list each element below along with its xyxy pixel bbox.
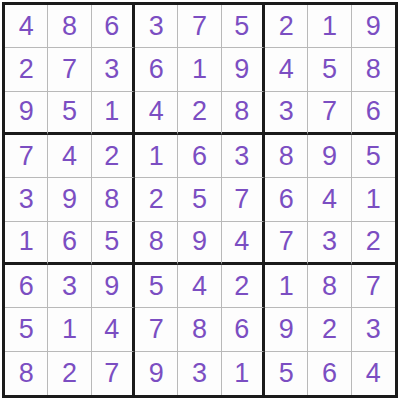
sudoku-cell[interactable]: 5 (352, 135, 395, 178)
sudoku-cell[interactable]: 7 (308, 92, 351, 135)
sudoku-cell[interactable]: 3 (5, 178, 48, 221)
sudoku-cell[interactable]: 4 (352, 352, 395, 395)
sudoku-cell[interactable]: 6 (178, 135, 221, 178)
sudoku-cell[interactable]: 6 (352, 92, 395, 135)
sudoku-cell[interactable]: 7 (265, 222, 308, 265)
sudoku-cell[interactable]: 1 (48, 308, 91, 351)
sudoku-cell[interactable]: 7 (352, 265, 395, 308)
sudoku-cell[interactable]: 1 (178, 48, 221, 91)
sudoku-cell[interactable]: 2 (222, 265, 265, 308)
sudoku-cell[interactable]: 7 (5, 135, 48, 178)
sudoku-cell[interactable]: 1 (5, 222, 48, 265)
sudoku-cell[interactable]: 5 (308, 48, 351, 91)
sudoku-cell[interactable]: 5 (222, 5, 265, 48)
sudoku-cell[interactable]: 1 (135, 135, 178, 178)
sudoku-cell[interactable]: 3 (135, 5, 178, 48)
sudoku-cell[interactable]: 5 (135, 265, 178, 308)
sudoku-cell[interactable]: 7 (135, 308, 178, 351)
sudoku-cell[interactable]: 1 (222, 352, 265, 395)
sudoku-cell[interactable]: 9 (48, 178, 91, 221)
sudoku-cell[interactable]: 7 (48, 48, 91, 91)
sudoku-cell[interactable]: 9 (92, 265, 135, 308)
sudoku-cell[interactable]: 9 (222, 48, 265, 91)
sudoku-cell[interactable]: 9 (178, 222, 221, 265)
sudoku-cell[interactable]: 2 (352, 222, 395, 265)
sudoku-cell[interactable]: 8 (135, 222, 178, 265)
sudoku-cell[interactable]: 1 (308, 5, 351, 48)
sudoku-cell[interactable]: 6 (5, 265, 48, 308)
sudoku-cell[interactable]: 3 (308, 222, 351, 265)
sudoku-cell[interactable]: 4 (48, 135, 91, 178)
sudoku-cell[interactable]: 3 (178, 352, 221, 395)
sudoku-cell[interactable]: 9 (5, 92, 48, 135)
sudoku-cell[interactable]: 4 (178, 265, 221, 308)
sudoku-page: 4863752192736194589514283767421638953982… (0, 0, 400, 400)
sudoku-cell[interactable]: 6 (265, 178, 308, 221)
sudoku-cell[interactable]: 8 (92, 178, 135, 221)
sudoku-cell[interactable]: 5 (5, 308, 48, 351)
sudoku-cell[interactable]: 3 (265, 92, 308, 135)
sudoku-cell[interactable]: 9 (308, 135, 351, 178)
sudoku-cell[interactable]: 8 (178, 308, 221, 351)
sudoku-cell[interactable]: 9 (352, 5, 395, 48)
sudoku-cell[interactable]: 4 (265, 48, 308, 91)
sudoku-cell[interactable]: 2 (92, 135, 135, 178)
sudoku-cell[interactable]: 8 (48, 5, 91, 48)
sudoku-cell[interactable]: 1 (352, 178, 395, 221)
sudoku-cell[interactable]: 4 (222, 222, 265, 265)
sudoku-cell[interactable]: 2 (5, 48, 48, 91)
sudoku-cell[interactable]: 3 (352, 308, 395, 351)
sudoku-cell[interactable]: 8 (222, 92, 265, 135)
sudoku-board: 4863752192736194589514283767421638953982… (2, 2, 398, 398)
sudoku-cell[interactable]: 4 (308, 178, 351, 221)
sudoku-cell[interactable]: 2 (308, 308, 351, 351)
sudoku-cell[interactable]: 3 (222, 135, 265, 178)
sudoku-cell[interactable]: 2 (265, 5, 308, 48)
sudoku-cell[interactable]: 1 (265, 265, 308, 308)
sudoku-cell[interactable]: 4 (135, 92, 178, 135)
sudoku-cell[interactable]: 5 (92, 222, 135, 265)
sudoku-cell[interactable]: 5 (48, 92, 91, 135)
sudoku-cell[interactable]: 7 (178, 5, 221, 48)
sudoku-cell[interactable]: 6 (92, 5, 135, 48)
sudoku-cell[interactable]: 4 (5, 5, 48, 48)
sudoku-cell[interactable]: 8 (308, 265, 351, 308)
sudoku-cell[interactable]: 8 (5, 352, 48, 395)
sudoku-cell[interactable]: 1 (92, 92, 135, 135)
sudoku-cell[interactable]: 9 (265, 308, 308, 351)
sudoku-cell[interactable]: 6 (135, 48, 178, 91)
sudoku-cell[interactable]: 5 (178, 178, 221, 221)
sudoku-cell[interactable]: 6 (48, 222, 91, 265)
sudoku-cell[interactable]: 2 (178, 92, 221, 135)
sudoku-cell[interactable]: 9 (135, 352, 178, 395)
sudoku-cell[interactable]: 3 (92, 48, 135, 91)
sudoku-cell[interactable]: 8 (265, 135, 308, 178)
sudoku-cell[interactable]: 5 (265, 352, 308, 395)
sudoku-cell[interactable]: 6 (222, 308, 265, 351)
sudoku-cell[interactable]: 6 (308, 352, 351, 395)
sudoku-cell[interactable]: 4 (92, 308, 135, 351)
sudoku-cell[interactable]: 7 (92, 352, 135, 395)
sudoku-cell[interactable]: 8 (352, 48, 395, 91)
sudoku-cell[interactable]: 2 (48, 352, 91, 395)
sudoku-cell[interactable]: 2 (135, 178, 178, 221)
sudoku-cell[interactable]: 3 (48, 265, 91, 308)
sudoku-cell[interactable]: 7 (222, 178, 265, 221)
